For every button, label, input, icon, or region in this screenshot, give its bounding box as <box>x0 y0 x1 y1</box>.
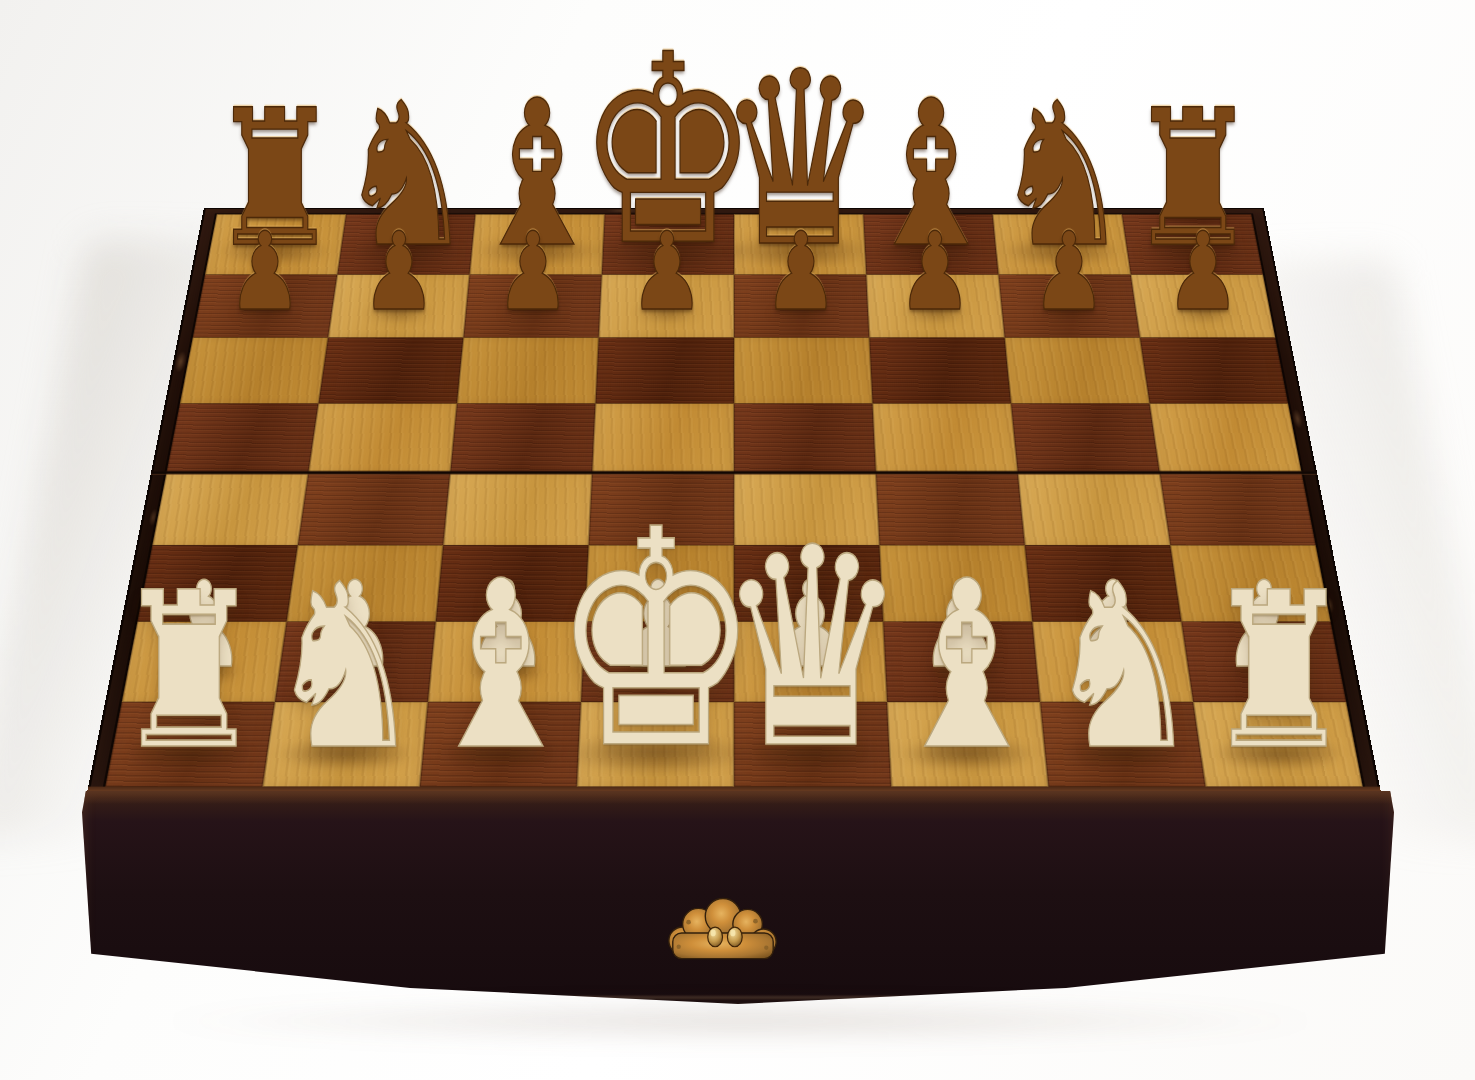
piece-black-pawn[interactable]: ♟ <box>763 218 838 326</box>
piece-black-pawn[interactable]: ♟ <box>1032 218 1107 326</box>
piece-white-knight[interactable]: ♞ <box>1044 554 1202 781</box>
piece-black-pawn[interactable]: ♟ <box>629 218 704 326</box>
piece-white-queen[interactable]: ♛ <box>716 512 908 787</box>
floor-reflection <box>150 998 1330 1044</box>
piece-white-rook[interactable]: ♜ <box>1203 564 1354 780</box>
piece-white-rook[interactable]: ♜ <box>114 564 265 780</box>
piece-black-pawn[interactable]: ♟ <box>1166 218 1241 326</box>
piece-black-pawn[interactable]: ♟ <box>227 218 302 326</box>
piece-black-pawn[interactable]: ♟ <box>897 218 972 326</box>
piece-white-bishop[interactable]: ♝ <box>887 551 1049 782</box>
piece-white-knight[interactable]: ♞ <box>266 554 424 781</box>
piece-black-pawn[interactable]: ♟ <box>361 218 436 326</box>
photo-backdrop: ♜♞♝♚♛♝♞♜♟♟♟♟♟♟♟♟♟♟♟♟♟♟♟♟♜♞♝♚♛♝♞♜ <box>0 0 1475 1080</box>
brass-clasp-icon <box>659 897 787 965</box>
piece-black-pawn[interactable]: ♟ <box>495 218 570 326</box>
